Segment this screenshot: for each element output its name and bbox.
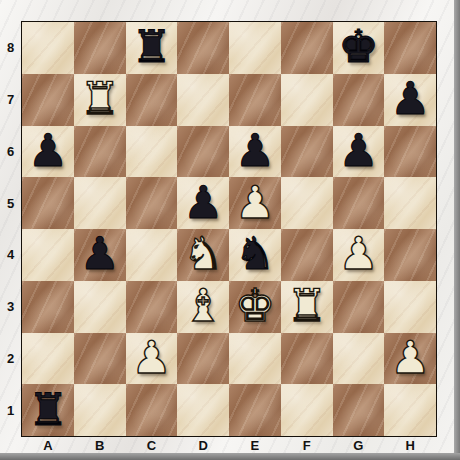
square-e3[interactable]: ♚ <box>229 281 281 333</box>
file-labels: ABCDEFGH <box>22 436 436 454</box>
file-label-a: A <box>22 436 74 454</box>
square-h1[interactable] <box>384 384 436 436</box>
square-g3[interactable] <box>333 281 385 333</box>
square-c6[interactable] <box>126 126 178 178</box>
square-g6[interactable]: ♟ <box>333 126 385 178</box>
square-c5[interactable] <box>126 177 178 229</box>
rank-label-6: 6 <box>0 126 21 178</box>
square-b1[interactable] <box>74 384 126 436</box>
square-b8[interactable] <box>74 22 126 74</box>
square-f4[interactable] <box>281 229 333 281</box>
file-label-g: G <box>333 436 385 454</box>
piece-white-rook[interactable]: ♜ <box>79 76 119 121</box>
square-h6[interactable] <box>384 126 436 178</box>
file-label-e: E <box>229 436 281 454</box>
square-h3[interactable] <box>384 281 436 333</box>
square-e5[interactable]: ♟ <box>229 177 281 229</box>
square-c2[interactable]: ♟ <box>126 333 178 385</box>
piece-white-pawn[interactable]: ♟ <box>131 335 171 380</box>
square-c7[interactable] <box>126 74 178 126</box>
square-b4[interactable]: ♟ <box>74 229 126 281</box>
rank-label-4: 4 <box>0 229 21 281</box>
square-d1[interactable] <box>177 384 229 436</box>
piece-white-rook[interactable]: ♜ <box>286 283 326 328</box>
square-b3[interactable] <box>74 281 126 333</box>
file-label-b: B <box>74 436 126 454</box>
square-g2[interactable] <box>333 333 385 385</box>
square-f6[interactable] <box>281 126 333 178</box>
square-c4[interactable] <box>126 229 178 281</box>
square-g8[interactable]: ♚ <box>333 22 385 74</box>
rank-label-2: 2 <box>0 333 21 385</box>
file-label-d: D <box>177 436 229 454</box>
piece-black-pawn[interactable]: ♟ <box>183 180 223 225</box>
piece-black-pawn[interactable]: ♟ <box>79 231 119 276</box>
piece-black-pawn[interactable]: ♟ <box>338 128 378 173</box>
square-d6[interactable] <box>177 126 229 178</box>
square-d3[interactable]: ♝ <box>177 281 229 333</box>
square-g7[interactable] <box>333 74 385 126</box>
square-d7[interactable] <box>177 74 229 126</box>
rank-label-3: 3 <box>0 281 21 333</box>
square-g1[interactable] <box>333 384 385 436</box>
square-e2[interactable] <box>229 333 281 385</box>
square-f7[interactable] <box>281 74 333 126</box>
piece-white-pawn[interactable]: ♟ <box>235 180 275 225</box>
rank-labels: 87654321 <box>0 22 21 436</box>
square-d2[interactable] <box>177 333 229 385</box>
square-e7[interactable] <box>229 74 281 126</box>
square-f1[interactable] <box>281 384 333 436</box>
square-h4[interactable] <box>384 229 436 281</box>
file-label-c: C <box>126 436 178 454</box>
square-h8[interactable] <box>384 22 436 74</box>
square-d4[interactable]: ♞ <box>177 229 229 281</box>
file-label-f: F <box>281 436 333 454</box>
rank-label-8: 8 <box>0 22 21 74</box>
square-b2[interactable] <box>74 333 126 385</box>
square-e6[interactable]: ♟ <box>229 126 281 178</box>
square-h2[interactable]: ♟ <box>384 333 436 385</box>
square-g5[interactable] <box>333 177 385 229</box>
piece-white-bishop[interactable]: ♝ <box>183 283 223 328</box>
square-b7[interactable]: ♜ <box>74 74 126 126</box>
square-b5[interactable] <box>74 177 126 229</box>
square-f2[interactable] <box>281 333 333 385</box>
square-a1[interactable]: ♜ <box>22 384 74 436</box>
square-c8[interactable]: ♜ <box>126 22 178 74</box>
square-e8[interactable] <box>229 22 281 74</box>
square-h5[interactable] <box>384 177 436 229</box>
piece-black-pawn[interactable]: ♟ <box>28 128 68 173</box>
chess-board: ♜♚♜♟♟♟♟♟♟♟♞♞♟♝♚♜♟♟♜ <box>21 21 437 437</box>
piece-black-rook[interactable]: ♜ <box>28 387 68 432</box>
shadow-edge-right <box>454 0 460 460</box>
piece-white-knight[interactable]: ♞ <box>183 231 223 276</box>
square-a6[interactable]: ♟ <box>22 126 74 178</box>
square-a8[interactable] <box>22 22 74 74</box>
file-label-h: H <box>384 436 436 454</box>
rank-label-1: 1 <box>0 384 21 436</box>
square-f8[interactable] <box>281 22 333 74</box>
piece-white-king[interactable]: ♚ <box>235 283 275 328</box>
rank-label-7: 7 <box>0 74 21 126</box>
square-a2[interactable] <box>22 333 74 385</box>
chess-diagram: ♜♚♜♟♟♟♟♟♟♟♞♞♟♝♚♜♟♟♜ 87654321 ABCDEFGH <box>0 0 460 460</box>
square-c1[interactable] <box>126 384 178 436</box>
square-e1[interactable] <box>229 384 281 436</box>
piece-black-knight[interactable]: ♞ <box>235 231 275 276</box>
square-f5[interactable] <box>281 177 333 229</box>
square-a4[interactable] <box>22 229 74 281</box>
shadow-edge-bottom <box>0 453 460 460</box>
square-a3[interactable] <box>22 281 74 333</box>
square-d8[interactable] <box>177 22 229 74</box>
piece-white-pawn[interactable]: ♟ <box>390 335 430 380</box>
square-b6[interactable] <box>74 126 126 178</box>
square-a7[interactable] <box>22 74 74 126</box>
piece-black-king[interactable]: ♚ <box>338 24 378 69</box>
square-a5[interactable] <box>22 177 74 229</box>
square-c3[interactable] <box>126 281 178 333</box>
piece-black-pawn[interactable]: ♟ <box>390 76 430 121</box>
piece-black-rook[interactable]: ♜ <box>131 24 171 69</box>
piece-black-pawn[interactable]: ♟ <box>235 128 275 173</box>
square-g4[interactable]: ♟ <box>333 229 385 281</box>
piece-white-pawn[interactable]: ♟ <box>338 231 378 276</box>
square-d5[interactable]: ♟ <box>177 177 229 229</box>
rank-label-5: 5 <box>0 177 21 229</box>
square-f3[interactable]: ♜ <box>281 281 333 333</box>
square-e4[interactable]: ♞ <box>229 229 281 281</box>
square-h7[interactable]: ♟ <box>384 74 436 126</box>
